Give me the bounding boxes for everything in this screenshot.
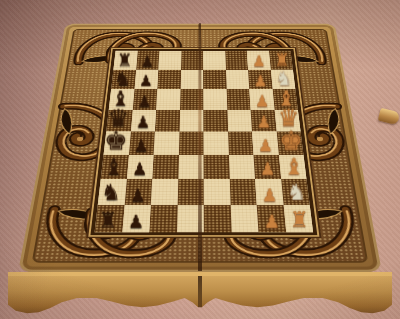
case-front-edge: [8, 272, 392, 314]
square-e8[interactable]: ♚: [104, 132, 131, 155]
piece-white-pawn-g2[interactable]: ♟: [262, 186, 278, 204]
square-b6[interactable]: [157, 69, 181, 89]
piece-black-king-e8[interactable]: ♚: [104, 127, 128, 153]
square-c2[interactable]: ♟: [249, 89, 274, 110]
piece-white-pawn-c2[interactable]: ♟: [255, 93, 269, 109]
square-d2[interactable]: ♟: [251, 110, 277, 132]
piece-white-rook-a1[interactable]: ♜: [274, 51, 290, 68]
square-b2[interactable]: ♟: [248, 69, 272, 89]
square-e1[interactable]: ♚: [276, 132, 303, 155]
square-g1[interactable]: ♞: [281, 179, 310, 205]
piece-white-knight-g1[interactable]: ♞: [286, 181, 306, 203]
square-g7[interactable]: ♟: [124, 179, 152, 205]
square-f1[interactable]: ♝: [278, 155, 306, 179]
piece-white-pawn-b2[interactable]: ♟: [254, 73, 268, 88]
piece-white-bishop-f1[interactable]: ♝: [283, 155, 303, 178]
piece-black-pawn-f7[interactable]: ♟: [132, 161, 147, 178]
square-d6[interactable]: [155, 110, 180, 132]
piece-white-pawn-e2[interactable]: ♟: [258, 137, 273, 154]
piece-black-knight-g8[interactable]: ♞: [101, 181, 121, 203]
piece-white-rook-h1[interactable]: ♜: [290, 210, 309, 231]
piece-black-pawn-b7[interactable]: ♟: [139, 73, 153, 88]
square-f3[interactable]: [228, 155, 255, 179]
square-g4[interactable]: [204, 179, 231, 205]
square-f7[interactable]: ♟: [126, 155, 153, 179]
piece-black-bishop-f8[interactable]: ♝: [104, 155, 124, 178]
chess-case: ♜♟♟♜♞♟♟♞♝♟♟♝♛♟♟♛♚♟♟♚♝♟♟♝♞♟♟♞♜♟♟♜: [18, 24, 382, 272]
chess-board: ♜♟♟♜♞♟♟♞♝♟♟♝♛♟♟♛♚♟♟♚♝♟♟♝♞♟♟♞♜♟♟♜: [90, 49, 317, 235]
square-a3[interactable]: [225, 51, 248, 70]
square-h1[interactable]: ♜: [283, 205, 313, 232]
square-h4[interactable]: [204, 205, 231, 232]
hinge-seam: [198, 23, 202, 271]
square-h6[interactable]: [149, 205, 177, 232]
square-e3[interactable]: [228, 132, 254, 155]
square-b4[interactable]: [203, 69, 226, 89]
square-c7[interactable]: ♟: [132, 89, 157, 110]
square-a4[interactable]: [203, 51, 226, 70]
square-d3[interactable]: [227, 110, 252, 132]
piece-black-pawn-g7[interactable]: ♟: [130, 186, 146, 204]
piece-black-knight-b8[interactable]: ♞: [114, 69, 131, 88]
square-a2[interactable]: ♟: [247, 51, 271, 70]
fabric-background: ♜♟♟♜♞♟♟♞♝♟♟♝♛♟♟♛♚♟♟♚♝♟♟♝♞♟♟♞♜♟♟♜: [0, 0, 400, 319]
piece-black-rook-a8[interactable]: ♜: [117, 51, 133, 68]
square-f2[interactable]: ♟: [253, 155, 280, 179]
square-h3[interactable]: [230, 205, 258, 232]
square-h8[interactable]: ♜: [95, 205, 125, 232]
square-c3[interactable]: [226, 89, 250, 110]
square-e6[interactable]: [154, 132, 180, 155]
piece-black-pawn-d7[interactable]: ♟: [136, 114, 151, 130]
piece-white-pawn-h2[interactable]: ♟: [264, 213, 280, 231]
square-a6[interactable]: [158, 51, 181, 70]
piece-white-king-e1[interactable]: ♚: [279, 127, 303, 153]
square-e4[interactable]: [203, 132, 228, 155]
square-e7[interactable]: ♟: [129, 132, 155, 155]
piece-black-pawn-a7[interactable]: ♟: [140, 54, 153, 69]
square-d4[interactable]: [203, 110, 227, 132]
piece-black-pawn-e7[interactable]: ♟: [134, 137, 149, 154]
piece-white-pawn-a2[interactable]: ♟: [252, 54, 265, 69]
square-a7[interactable]: ♟: [136, 51, 159, 70]
piece-white-pawn-d2[interactable]: ♟: [257, 114, 272, 130]
piece-black-rook-h8[interactable]: ♜: [99, 210, 118, 231]
square-e2[interactable]: ♟: [252, 132, 278, 155]
square-b7[interactable]: ♟: [134, 69, 158, 89]
piece-white-pawn-f2[interactable]: ♟: [260, 161, 275, 178]
square-f8[interactable]: ♝: [101, 155, 129, 179]
square-h2[interactable]: ♟: [257, 205, 286, 232]
hinge-seam-front: [198, 276, 202, 314]
scene: ♜♟♟♜♞♟♟♞♝♟♟♝♛♟♟♛♚♟♟♚♝♟♟♝♞♟♟♞♜♟♟♜: [0, 0, 400, 319]
square-f4[interactable]: [204, 155, 230, 179]
square-d7[interactable]: ♟: [131, 110, 157, 132]
square-g2[interactable]: ♟: [255, 179, 283, 205]
square-g3[interactable]: [229, 179, 256, 205]
piece-white-knight-b1[interactable]: ♞: [275, 69, 292, 88]
square-g6[interactable]: [151, 179, 178, 205]
square-c4[interactable]: [203, 89, 227, 110]
square-c6[interactable]: [156, 89, 180, 110]
piece-black-pawn-c7[interactable]: ♟: [137, 93, 151, 109]
square-g8[interactable]: ♞: [98, 179, 127, 205]
square-b3[interactable]: [226, 69, 250, 89]
piece-black-pawn-h7[interactable]: ♟: [127, 213, 143, 231]
square-f6[interactable]: [152, 155, 178, 179]
square-h7[interactable]: ♟: [122, 205, 151, 232]
